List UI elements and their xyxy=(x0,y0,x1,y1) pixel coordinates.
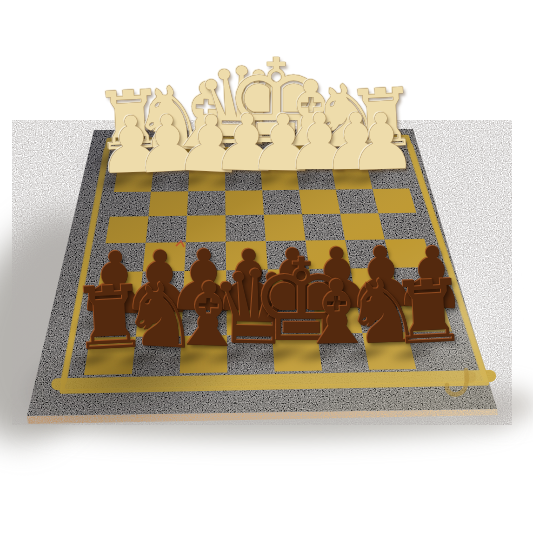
black-rook[interactable]: ♜ xyxy=(388,267,470,357)
photo-background: ♜♞♝♛♚♝♞♜♟♟♟♟♟♟♟♟♟♟♟♟♟♟♟♟♜♞♝♛♚♝♞♜ xyxy=(0,0,533,533)
white-pawn[interactable]: ♟ xyxy=(345,101,418,181)
gold-scuff-patch xyxy=(464,371,476,383)
